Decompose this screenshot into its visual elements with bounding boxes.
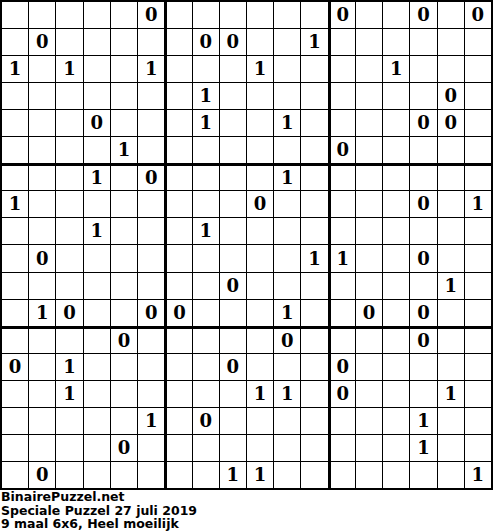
cell-r4c10[interactable] xyxy=(247,83,273,109)
cell-r14c15[interactable] xyxy=(383,354,409,380)
cell-r9c6[interactable] xyxy=(138,218,164,244)
cell-r4c2[interactable] xyxy=(29,83,55,109)
cell-r6c2[interactable] xyxy=(29,137,55,163)
cell-r17c14[interactable] xyxy=(356,435,382,461)
cell-r18c2: 0 xyxy=(29,462,55,488)
cell-r9c3[interactable] xyxy=(56,218,82,244)
cell-r12c9[interactable] xyxy=(220,300,246,326)
cell-r17c15[interactable] xyxy=(383,435,409,461)
cell-r11c3[interactable] xyxy=(56,273,82,299)
cell-r13c11: 0 xyxy=(274,327,300,353)
cell-r11c14[interactable] xyxy=(356,273,382,299)
cell-r16c6: 1 xyxy=(138,408,164,434)
cell-r17c17[interactable] xyxy=(438,435,464,461)
cell-r18c3[interactable] xyxy=(56,462,82,488)
cell-r3c6: 1 xyxy=(138,56,164,82)
cell-r4c18[interactable] xyxy=(465,83,491,109)
cell-r5c11: 1 xyxy=(274,110,300,136)
cell-r5c3[interactable] xyxy=(56,110,82,136)
cell-r3c5[interactable] xyxy=(111,56,137,82)
cell-r8c17[interactable] xyxy=(438,191,464,217)
cell-r11c8[interactable] xyxy=(193,273,219,299)
cell-r1c4[interactable] xyxy=(84,2,110,28)
cell-r5c1[interactable] xyxy=(2,110,28,136)
cell-r8c7[interactable] xyxy=(165,191,191,217)
cell-r17c6[interactable] xyxy=(138,435,164,461)
cell-r6c14[interactable] xyxy=(356,137,382,163)
cell-r6c1[interactable] xyxy=(2,137,28,163)
cell-r6c11[interactable] xyxy=(274,137,300,163)
cell-r3c8[interactable] xyxy=(193,56,219,82)
cell-r6c7[interactable] xyxy=(165,137,191,163)
cell-r11c10[interactable] xyxy=(247,273,273,299)
cell-r10c4[interactable] xyxy=(84,245,110,271)
cell-r15c13: 0 xyxy=(329,381,355,407)
cell-r13c9[interactable] xyxy=(220,327,246,353)
cell-r6c8[interactable] xyxy=(193,137,219,163)
cell-r3c14[interactable] xyxy=(356,56,382,82)
cell-r14c2[interactable] xyxy=(29,354,55,380)
cell-r14c5[interactable] xyxy=(111,354,137,380)
cell-r14c7[interactable] xyxy=(165,354,191,380)
cell-r2c17[interactable] xyxy=(438,29,464,55)
cell-r10c7[interactable] xyxy=(165,245,191,271)
cell-r16c17[interactable] xyxy=(438,408,464,434)
cell-r16c5[interactable] xyxy=(111,408,137,434)
cell-r6c13: 0 xyxy=(329,137,355,163)
cell-r17c7[interactable] xyxy=(165,435,191,461)
cell-r15c2[interactable] xyxy=(29,381,55,407)
cell-r15c5[interactable] xyxy=(111,381,137,407)
cell-r8c8[interactable] xyxy=(193,191,219,217)
cell-r1c2[interactable] xyxy=(29,2,55,28)
cell-r7c12[interactable] xyxy=(301,164,327,190)
cell-r8c6[interactable] xyxy=(138,191,164,217)
cell-r3c16[interactable] xyxy=(410,56,436,82)
cell-r9c15[interactable] xyxy=(383,218,409,244)
cell-r10c5[interactable] xyxy=(111,245,137,271)
cell-r17c2[interactable] xyxy=(29,435,55,461)
cell-r15c7[interactable] xyxy=(165,381,191,407)
cell-r3c11[interactable] xyxy=(274,56,300,82)
cell-r18c1[interactable] xyxy=(2,462,28,488)
cell-r7c5[interactable] xyxy=(111,164,137,190)
cell-r11c4[interactable] xyxy=(84,273,110,299)
cell-r13c7[interactable] xyxy=(165,327,191,353)
cell-r8c5[interactable] xyxy=(111,191,137,217)
cell-r12c5[interactable] xyxy=(111,300,137,326)
cell-r12c18[interactable] xyxy=(465,300,491,326)
cell-r4c6[interactable] xyxy=(138,83,164,109)
cell-r16c4[interactable] xyxy=(84,408,110,434)
cell-r5c12[interactable] xyxy=(301,110,327,136)
cell-r10c16: 0 xyxy=(410,245,436,271)
cell-r18c7[interactable] xyxy=(165,462,191,488)
cell-r10c1[interactable] xyxy=(2,245,28,271)
cell-r9c17[interactable] xyxy=(438,218,464,244)
cell-r4c1[interactable] xyxy=(2,83,28,109)
cell-r5c17: 0 xyxy=(438,110,464,136)
cell-r12c7: 0 xyxy=(165,300,191,326)
cell-r14c18[interactable] xyxy=(465,354,491,380)
cell-r13c15[interactable] xyxy=(383,327,409,353)
cell-r11c17: 1 xyxy=(438,273,464,299)
cell-r16c3[interactable] xyxy=(56,408,82,434)
cell-r13c12[interactable] xyxy=(301,327,327,353)
cell-r9c7[interactable] xyxy=(165,218,191,244)
cell-r15c9[interactable] xyxy=(220,381,246,407)
cell-r1c11[interactable] xyxy=(274,2,300,28)
cell-r6c18[interactable] xyxy=(465,137,491,163)
cell-r5c8: 1 xyxy=(193,110,219,136)
cell-r1c15[interactable] xyxy=(383,2,409,28)
cell-r1c12[interactable] xyxy=(301,2,327,28)
cell-r2c4[interactable] xyxy=(84,29,110,55)
cell-r14c8[interactable] xyxy=(193,354,219,380)
cell-r11c15[interactable] xyxy=(383,273,409,299)
cell-r17c3[interactable] xyxy=(56,435,82,461)
cell-r11c11[interactable] xyxy=(274,273,300,299)
cell-r11c2[interactable] xyxy=(29,273,55,299)
cell-r8c11[interactable] xyxy=(274,191,300,217)
cell-r12c12[interactable] xyxy=(301,300,327,326)
cell-r6c5: 1 xyxy=(111,137,137,163)
cell-r1c3[interactable] xyxy=(56,2,82,28)
cell-r5c16: 0 xyxy=(410,110,436,136)
cell-r17c11[interactable] xyxy=(274,435,300,461)
puzzle-caption: BinairePuzzel.net Speciale Puzzel 27 jul… xyxy=(1,490,492,531)
cell-r4c9[interactable] xyxy=(220,83,246,109)
cell-r18c10: 1 xyxy=(247,462,273,488)
cell-r15c14[interactable] xyxy=(356,381,382,407)
cell-r8c3[interactable] xyxy=(56,191,82,217)
cell-r2c18[interactable] xyxy=(465,29,491,55)
cell-r9c18[interactable] xyxy=(465,218,491,244)
cell-r18c8[interactable] xyxy=(193,462,219,488)
cell-r7c9[interactable] xyxy=(220,164,246,190)
cell-r16c10[interactable] xyxy=(247,408,273,434)
cell-r16c11[interactable] xyxy=(274,408,300,434)
cell-r15c16[interactable] xyxy=(410,381,436,407)
cell-r3c12[interactable] xyxy=(301,56,327,82)
cell-r5c9[interactable] xyxy=(220,110,246,136)
cell-r13c10[interactable] xyxy=(247,327,273,353)
cell-r8c1: 1 xyxy=(2,191,28,217)
cell-r3c18[interactable] xyxy=(465,56,491,82)
cell-r2c11[interactable] xyxy=(274,29,300,55)
cell-r8c15[interactable] xyxy=(383,191,409,217)
cell-r17c1[interactable] xyxy=(2,435,28,461)
cell-r14c14[interactable] xyxy=(356,354,382,380)
cell-r2c14[interactable] xyxy=(356,29,382,55)
cell-r1c14[interactable] xyxy=(356,2,382,28)
cell-r14c9: 0 xyxy=(220,354,246,380)
cell-r14c11[interactable] xyxy=(274,354,300,380)
cell-r2c10[interactable] xyxy=(247,29,273,55)
cell-r7c10[interactable] xyxy=(247,164,273,190)
cell-r7c3[interactable] xyxy=(56,164,82,190)
cell-r6c3[interactable] xyxy=(56,137,82,163)
cell-r16c8: 0 xyxy=(193,408,219,434)
cell-r11c12[interactable] xyxy=(301,273,327,299)
cell-r13c17[interactable] xyxy=(438,327,464,353)
cell-r5c2[interactable] xyxy=(29,110,55,136)
cell-r9c1[interactable] xyxy=(2,218,28,244)
cell-r6c9[interactable] xyxy=(220,137,246,163)
cell-r14c4[interactable] xyxy=(84,354,110,380)
cell-r12c8[interactable] xyxy=(193,300,219,326)
cell-r1c8[interactable] xyxy=(193,2,219,28)
cell-r18c16[interactable] xyxy=(410,462,436,488)
cell-r1c7[interactable] xyxy=(165,2,191,28)
cell-r17c13[interactable] xyxy=(329,435,355,461)
cell-r6c12[interactable] xyxy=(301,137,327,163)
cell-r3c7[interactable] xyxy=(165,56,191,82)
cell-r5c14[interactable] xyxy=(356,110,382,136)
cell-r9c10[interactable] xyxy=(247,218,273,244)
cell-r15c4[interactable] xyxy=(84,381,110,407)
cell-r18c15[interactable] xyxy=(383,462,409,488)
cell-r4c15[interactable] xyxy=(383,83,409,109)
cell-r6c10[interactable] xyxy=(247,137,273,163)
cell-r3c17[interactable] xyxy=(438,56,464,82)
cell-r16c9[interactable] xyxy=(220,408,246,434)
cell-r17c4[interactable] xyxy=(84,435,110,461)
cell-r16c2[interactable] xyxy=(29,408,55,434)
cell-r10c8[interactable] xyxy=(193,245,219,271)
cell-r7c18[interactable] xyxy=(465,164,491,190)
cell-r15c8[interactable] xyxy=(193,381,219,407)
cell-r3c13[interactable] xyxy=(329,56,355,82)
cell-r4c11[interactable] xyxy=(274,83,300,109)
cell-r13c5: 0 xyxy=(111,327,137,353)
cell-r11c16[interactable] xyxy=(410,273,436,299)
cell-r5c18[interactable] xyxy=(465,110,491,136)
cell-r11c7[interactable] xyxy=(165,273,191,299)
cell-r15c11: 1 xyxy=(274,381,300,407)
cell-r13c4[interactable] xyxy=(84,327,110,353)
cell-r17c18[interactable] xyxy=(465,435,491,461)
cell-r10c3[interactable] xyxy=(56,245,82,271)
cell-r9c14[interactable] xyxy=(356,218,382,244)
cell-r9c4: 1 xyxy=(84,218,110,244)
cell-r14c16[interactable] xyxy=(410,354,436,380)
cell-r10c18[interactable] xyxy=(465,245,491,271)
cell-r4c4[interactable] xyxy=(84,83,110,109)
cell-r14c12[interactable] xyxy=(301,354,327,380)
cell-r8c16: 0 xyxy=(410,191,436,217)
cell-r2c13[interactable] xyxy=(329,29,355,55)
cell-r18c18: 1 xyxy=(465,462,491,488)
cell-r15c6[interactable] xyxy=(138,381,164,407)
cell-r12c14: 0 xyxy=(356,300,382,326)
cell-r17c10[interactable] xyxy=(247,435,273,461)
cell-r5c7[interactable] xyxy=(165,110,191,136)
cell-r14c17[interactable] xyxy=(438,354,464,380)
cell-r17c16: 1 xyxy=(410,435,436,461)
cell-r11c5[interactable] xyxy=(111,273,137,299)
cell-r8c13[interactable] xyxy=(329,191,355,217)
cell-r9c9[interactable] xyxy=(220,218,246,244)
cell-r10c11[interactable] xyxy=(274,245,300,271)
cell-r8c12[interactable] xyxy=(301,191,327,217)
cell-r16c18[interactable] xyxy=(465,408,491,434)
cell-r4c12[interactable] xyxy=(301,83,327,109)
cell-r10c15[interactable] xyxy=(383,245,409,271)
cell-r18c9: 1 xyxy=(220,462,246,488)
cell-r7c17[interactable] xyxy=(438,164,464,190)
cell-r2c1[interactable] xyxy=(2,29,28,55)
cell-r1c13: 0 xyxy=(329,2,355,28)
cell-r4c16[interactable] xyxy=(410,83,436,109)
cell-r13c8[interactable] xyxy=(193,327,219,353)
cell-r2c16[interactable] xyxy=(410,29,436,55)
cell-r12c16: 0 xyxy=(410,300,436,326)
cell-r12c17[interactable] xyxy=(438,300,464,326)
cell-r8c14[interactable] xyxy=(356,191,382,217)
cell-r7c6: 0 xyxy=(138,164,164,190)
cell-r4c14[interactable] xyxy=(356,83,382,109)
cell-r7c16[interactable] xyxy=(410,164,436,190)
cell-r15c15[interactable] xyxy=(383,381,409,407)
cell-r4c13[interactable] xyxy=(329,83,355,109)
cell-r4c5[interactable] xyxy=(111,83,137,109)
cell-r1c10[interactable] xyxy=(247,2,273,28)
cell-r15c1[interactable] xyxy=(2,381,28,407)
cell-r13c3[interactable] xyxy=(56,327,82,353)
cell-r4c8: 1 xyxy=(193,83,219,109)
cell-r18c11[interactable] xyxy=(274,462,300,488)
cell-r16c15[interactable] xyxy=(383,408,409,434)
cell-r12c13[interactable] xyxy=(329,300,355,326)
cell-r2c15[interactable] xyxy=(383,29,409,55)
cell-r5c6[interactable] xyxy=(138,110,164,136)
cell-r10c14[interactable] xyxy=(356,245,382,271)
cell-r3c4[interactable] xyxy=(84,56,110,82)
cell-r10c6[interactable] xyxy=(138,245,164,271)
cell-r16c7[interactable] xyxy=(165,408,191,434)
cell-r3c1: 1 xyxy=(2,56,28,82)
cell-r15c3: 1 xyxy=(56,381,82,407)
cell-r12c4[interactable] xyxy=(84,300,110,326)
cell-r12c15[interactable] xyxy=(383,300,409,326)
cell-r1c1[interactable] xyxy=(2,2,28,28)
cell-r18c5[interactable] xyxy=(111,462,137,488)
cell-r9c11[interactable] xyxy=(274,218,300,244)
cell-r5c5[interactable] xyxy=(111,110,137,136)
cell-r10c17[interactable] xyxy=(438,245,464,271)
cell-r12c1[interactable] xyxy=(2,300,28,326)
cell-r13c2[interactable] xyxy=(29,327,55,353)
cell-r8c4[interactable] xyxy=(84,191,110,217)
cell-r15c18[interactable] xyxy=(465,381,491,407)
cell-r9c12[interactable] xyxy=(301,218,327,244)
cell-r6c16[interactable] xyxy=(410,137,436,163)
cell-r13c14[interactable] xyxy=(356,327,382,353)
cell-r16c1[interactable] xyxy=(2,408,28,434)
cell-r11c6[interactable] xyxy=(138,273,164,299)
puzzle-grid: 0000000111111100110010101100111011001100… xyxy=(0,0,493,490)
cell-r18c4[interactable] xyxy=(84,462,110,488)
cell-r7c7[interactable] xyxy=(165,164,191,190)
cell-r17c5: 0 xyxy=(111,435,137,461)
cell-r9c16[interactable] xyxy=(410,218,436,244)
cell-r5c10[interactable] xyxy=(247,110,273,136)
cell-r1c6: 0 xyxy=(138,2,164,28)
cell-r15c12[interactable] xyxy=(301,381,327,407)
cell-r18c13[interactable] xyxy=(329,462,355,488)
cell-r12c10[interactable] xyxy=(247,300,273,326)
cell-r13c6[interactable] xyxy=(138,327,164,353)
cell-r12c3: 0 xyxy=(56,300,82,326)
cell-r16c13[interactable] xyxy=(329,408,355,434)
cell-r7c1[interactable] xyxy=(2,164,28,190)
cell-r13c13[interactable] xyxy=(329,327,355,353)
cell-r17c9[interactable] xyxy=(220,435,246,461)
cell-r9c5[interactable] xyxy=(111,218,137,244)
cell-r3c9[interactable] xyxy=(220,56,246,82)
cell-r16c14[interactable] xyxy=(356,408,382,434)
cell-r2c7[interactable] xyxy=(165,29,191,55)
cell-r4c7[interactable] xyxy=(165,83,191,109)
cell-r14c10[interactable] xyxy=(247,354,273,380)
cell-r8c9[interactable] xyxy=(220,191,246,217)
cell-r7c13[interactable] xyxy=(329,164,355,190)
cell-r5c15[interactable] xyxy=(383,110,409,136)
cell-r17c8[interactable] xyxy=(193,435,219,461)
cell-r6c6[interactable] xyxy=(138,137,164,163)
cell-r2c5[interactable] xyxy=(111,29,137,55)
cell-r10c9[interactable] xyxy=(220,245,246,271)
cell-r1c9[interactable] xyxy=(220,2,246,28)
cell-r1c17[interactable] xyxy=(438,2,464,28)
cell-r4c3[interactable] xyxy=(56,83,82,109)
cell-r17c12[interactable] xyxy=(301,435,327,461)
cell-r6c15[interactable] xyxy=(383,137,409,163)
cell-r18c6[interactable] xyxy=(138,462,164,488)
cell-r9c2[interactable] xyxy=(29,218,55,244)
cell-r2c6[interactable] xyxy=(138,29,164,55)
cell-r7c8[interactable] xyxy=(193,164,219,190)
cell-r14c6[interactable] xyxy=(138,354,164,380)
cell-r3c2[interactable] xyxy=(29,56,55,82)
cell-r18c17[interactable] xyxy=(438,462,464,488)
cell-r6c4[interactable] xyxy=(84,137,110,163)
cell-r11c18[interactable] xyxy=(465,273,491,299)
cell-r15c17: 1 xyxy=(438,381,464,407)
cell-r13c16: 0 xyxy=(410,327,436,353)
cell-r8c2[interactable] xyxy=(29,191,55,217)
cell-r5c13[interactable] xyxy=(329,110,355,136)
cell-r7c2[interactable] xyxy=(29,164,55,190)
cell-r3c3: 1 xyxy=(56,56,82,82)
cell-r13c18[interactable] xyxy=(465,327,491,353)
cell-r13c1[interactable] xyxy=(2,327,28,353)
cell-r2c3[interactable] xyxy=(56,29,82,55)
cell-r10c10[interactable] xyxy=(247,245,273,271)
cell-r6c17[interactable] xyxy=(438,137,464,163)
cell-r18c12[interactable] xyxy=(301,462,327,488)
cell-r18c14[interactable] xyxy=(356,462,382,488)
cell-r7c15[interactable] xyxy=(383,164,409,190)
cell-r9c13[interactable] xyxy=(329,218,355,244)
cell-r9c8: 1 xyxy=(193,218,219,244)
cell-r7c14[interactable] xyxy=(356,164,382,190)
cell-r11c1[interactable] xyxy=(2,273,28,299)
cell-r16c12[interactable] xyxy=(301,408,327,434)
cell-r11c13[interactable] xyxy=(329,273,355,299)
cell-r1c5[interactable] xyxy=(111,2,137,28)
